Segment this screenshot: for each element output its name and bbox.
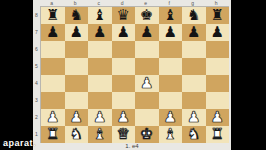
white-rook-a1[interactable]: ♜ bbox=[46, 126, 59, 143]
white-knight-g1[interactable]: ♞ bbox=[187, 126, 200, 143]
square-f5[interactable] bbox=[159, 58, 183, 75]
move-caption-strip: 1. e4 bbox=[33, 142, 231, 150]
square-f6[interactable] bbox=[159, 41, 183, 58]
square-a8[interactable]: ♜ bbox=[41, 7, 65, 24]
square-d5[interactable] bbox=[112, 58, 136, 75]
black-pawn-f7[interactable]: ♟ bbox=[164, 24, 177, 41]
square-a1[interactable]: ♜ bbox=[41, 126, 65, 143]
white-king-e1[interactable]: ♚ bbox=[140, 126, 153, 143]
move-caption: 1. e4 bbox=[125, 142, 138, 150]
rank-label-3: 3 bbox=[33, 91, 40, 108]
square-d1[interactable]: ♛ bbox=[112, 126, 136, 143]
square-a5[interactable] bbox=[41, 58, 65, 75]
square-g2[interactable]: ♟ bbox=[182, 109, 206, 126]
white-bishop-c1[interactable]: ♝ bbox=[93, 126, 106, 143]
square-c5[interactable] bbox=[88, 58, 112, 75]
square-h3[interactable] bbox=[206, 92, 230, 109]
square-h2[interactable]: ♟ bbox=[206, 109, 230, 126]
square-e7[interactable]: ♟ bbox=[135, 24, 159, 41]
square-h1[interactable]: ♜ bbox=[206, 126, 230, 143]
square-b3[interactable] bbox=[65, 92, 89, 109]
square-b8[interactable]: ♞ bbox=[65, 7, 89, 24]
white-bishop-f1[interactable]: ♝ bbox=[164, 126, 177, 143]
square-c4[interactable] bbox=[88, 75, 112, 92]
square-g8[interactable]: ♞ bbox=[182, 7, 206, 24]
rank-label-5: 5 bbox=[33, 57, 40, 74]
square-g3[interactable] bbox=[182, 92, 206, 109]
square-h7[interactable]: ♟ bbox=[206, 24, 230, 41]
square-e8[interactable]: ♚ bbox=[135, 7, 159, 24]
white-pawn-f2[interactable]: ♟ bbox=[164, 109, 177, 126]
white-pawn-b2[interactable]: ♟ bbox=[70, 109, 83, 126]
black-queen-d8[interactable]: ♛ bbox=[117, 7, 130, 24]
square-d6[interactable] bbox=[112, 41, 136, 58]
square-g4[interactable] bbox=[182, 75, 206, 92]
square-f2[interactable]: ♟ bbox=[159, 109, 183, 126]
square-a6[interactable] bbox=[41, 41, 65, 58]
square-c6[interactable] bbox=[88, 41, 112, 58]
square-c1[interactable]: ♝ bbox=[88, 126, 112, 143]
white-knight-b1[interactable]: ♞ bbox=[70, 126, 83, 143]
square-e2[interactable] bbox=[135, 109, 159, 126]
white-queen-d1[interactable]: ♛ bbox=[117, 126, 130, 143]
black-bishop-f8[interactable]: ♝ bbox=[164, 7, 177, 24]
square-h4[interactable] bbox=[206, 75, 230, 92]
square-a7[interactable]: ♟ bbox=[41, 24, 65, 41]
rank-labels: 87654321 bbox=[33, 6, 40, 142]
square-g1[interactable]: ♞ bbox=[182, 126, 206, 143]
square-d4[interactable] bbox=[112, 75, 136, 92]
white-rook-h1[interactable]: ♜ bbox=[211, 126, 224, 143]
white-pawn-a2[interactable]: ♟ bbox=[46, 109, 59, 126]
watermark-text: aparat. bbox=[3, 138, 36, 148]
square-c3[interactable] bbox=[88, 92, 112, 109]
rank-label-7: 7 bbox=[33, 23, 40, 40]
square-e4[interactable]: ♟ bbox=[135, 75, 159, 92]
square-f4[interactable] bbox=[159, 75, 183, 92]
square-e3[interactable] bbox=[135, 92, 159, 109]
black-pawn-c7[interactable]: ♟ bbox=[93, 24, 106, 41]
square-g5[interactable] bbox=[182, 58, 206, 75]
square-g6[interactable] bbox=[182, 41, 206, 58]
white-pawn-e4[interactable]: ♟ bbox=[140, 75, 153, 92]
white-pawn-h2[interactable]: ♟ bbox=[211, 109, 224, 126]
square-a2[interactable]: ♟ bbox=[41, 109, 65, 126]
square-f1[interactable]: ♝ bbox=[159, 126, 183, 143]
black-pawn-d7[interactable]: ♟ bbox=[117, 24, 130, 41]
rank-label-4: 4 bbox=[33, 74, 40, 91]
square-e1[interactable]: ♚ bbox=[135, 126, 159, 143]
black-rook-a8[interactable]: ♜ bbox=[46, 7, 59, 24]
white-pawn-d2[interactable]: ♟ bbox=[117, 109, 130, 126]
black-king-e8[interactable]: ♚ bbox=[140, 7, 153, 24]
square-g7[interactable]: ♟ bbox=[182, 24, 206, 41]
square-d2[interactable]: ♟ bbox=[112, 109, 136, 126]
square-d8[interactable]: ♛ bbox=[112, 7, 136, 24]
square-f8[interactable]: ♝ bbox=[159, 7, 183, 24]
chess-board[interactable]: ♜♞♝♛♚♝♞♜♟♟♟♟♟♟♟♟♟♟♟♟♟♟♟♟♜♞♝♛♚♝♞♜ bbox=[40, 6, 229, 143]
square-e5[interactable] bbox=[135, 58, 159, 75]
black-rook-h8[interactable]: ♜ bbox=[211, 7, 224, 24]
black-pawn-g7[interactable]: ♟ bbox=[187, 24, 200, 41]
white-pawn-g2[interactable]: ♟ bbox=[187, 109, 200, 126]
square-b6[interactable] bbox=[65, 41, 89, 58]
rank-label-2: 2 bbox=[33, 108, 40, 125]
black-knight-g8[interactable]: ♞ bbox=[187, 7, 200, 24]
square-c8[interactable]: ♝ bbox=[88, 7, 112, 24]
black-pawn-e7[interactable]: ♟ bbox=[140, 24, 153, 41]
screenshot-root: { "game": "chess", "position": { "fen": … bbox=[0, 0, 266, 150]
square-a4[interactable] bbox=[41, 75, 65, 92]
white-pawn-c2[interactable]: ♟ bbox=[93, 109, 106, 126]
square-d3[interactable] bbox=[112, 92, 136, 109]
square-d7[interactable]: ♟ bbox=[112, 24, 136, 41]
square-c2[interactable]: ♟ bbox=[88, 109, 112, 126]
black-bishop-c8[interactable]: ♝ bbox=[93, 7, 106, 24]
square-f3[interactable] bbox=[159, 92, 183, 109]
square-b2[interactable]: ♟ bbox=[65, 109, 89, 126]
square-b4[interactable] bbox=[65, 75, 89, 92]
square-b5[interactable] bbox=[65, 58, 89, 75]
square-a3[interactable] bbox=[41, 92, 65, 109]
black-pawn-h7[interactable]: ♟ bbox=[211, 24, 224, 41]
black-knight-b8[interactable]: ♞ bbox=[70, 7, 83, 24]
square-b1[interactable]: ♞ bbox=[65, 126, 89, 143]
black-pawn-b7[interactable]: ♟ bbox=[70, 24, 83, 41]
rank-label-6: 6 bbox=[33, 40, 40, 57]
black-pawn-a7[interactable]: ♟ bbox=[46, 24, 59, 41]
rank-label-8: 8 bbox=[33, 6, 40, 23]
square-h5[interactable] bbox=[206, 58, 230, 75]
square-h8[interactable]: ♜ bbox=[206, 7, 230, 24]
square-f7[interactable]: ♟ bbox=[159, 24, 183, 41]
square-b7[interactable]: ♟ bbox=[65, 24, 89, 41]
chess-gui-window: abcdefgh 87654321 ♜♞♝♛♚♝♞♜♟♟♟♟♟♟♟♟♟♟♟♟♟♟… bbox=[33, 0, 231, 150]
square-c7[interactable]: ♟ bbox=[88, 24, 112, 41]
square-e6[interactable] bbox=[135, 41, 159, 58]
square-h6[interactable] bbox=[206, 41, 230, 58]
